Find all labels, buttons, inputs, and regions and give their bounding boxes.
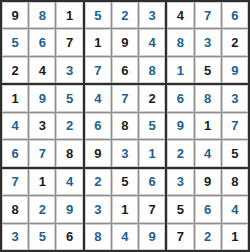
cell-r3c2[interactable]: 4 <box>29 57 55 83</box>
cell-r8c3[interactable]: 9 <box>56 196 82 222</box>
cell-r3c5[interactable]: 6 <box>112 57 138 83</box>
cell-r6c7[interactable]: 2 <box>167 140 193 166</box>
cell-r9c9[interactable]: 1 <box>222 224 248 250</box>
cell-r8c8[interactable]: 6 <box>195 196 221 222</box>
cell-r2c4[interactable]: 1 <box>85 29 111 55</box>
cell-r2c6[interactable]: 4 <box>139 29 165 55</box>
cell-r1c5[interactable]: 2 <box>112 2 138 28</box>
cell-r9c6[interactable]: 9 <box>139 224 165 250</box>
cell-r5c1[interactable]: 4 <box>2 113 28 139</box>
cell-r5c2[interactable]: 3 <box>29 113 55 139</box>
box-5: 472685931 <box>85 85 166 166</box>
box-3: 476832159 <box>167 2 248 83</box>
cell-r7c5[interactable]: 5 <box>112 169 138 195</box>
cell-r5c5[interactable]: 8 <box>112 113 138 139</box>
box-4: 195432678 <box>2 85 83 166</box>
box-8: 256317849 <box>85 169 166 250</box>
cell-r9c8[interactable]: 2 <box>195 224 221 250</box>
cell-r9c5[interactable]: 4 <box>112 224 138 250</box>
cell-r2c8[interactable]: 3 <box>195 29 221 55</box>
cell-r2c7[interactable]: 8 <box>167 29 193 55</box>
cell-r1c4[interactable]: 5 <box>85 2 111 28</box>
cell-r2c5[interactable]: 9 <box>112 29 138 55</box>
cell-r7c4[interactable]: 2 <box>85 169 111 195</box>
cell-r2c1[interactable]: 5 <box>2 29 28 55</box>
cell-r8c6[interactable]: 7 <box>139 196 165 222</box>
cell-r8c4[interactable]: 3 <box>85 196 111 222</box>
cell-r1c6[interactable]: 3 <box>139 2 165 28</box>
cell-r9c2[interactable]: 5 <box>29 224 55 250</box>
cell-r4c9[interactable]: 3 <box>222 85 248 111</box>
cell-r6c6[interactable]: 1 <box>139 140 165 166</box>
cell-r9c7[interactable]: 7 <box>167 224 193 250</box>
cell-r5c8[interactable]: 1 <box>195 113 221 139</box>
cell-r4c6[interactable]: 2 <box>139 85 165 111</box>
cell-r3c8[interactable]: 5 <box>195 57 221 83</box>
cell-r2c9[interactable]: 2 <box>222 29 248 55</box>
cell-r3c4[interactable]: 7 <box>85 57 111 83</box>
cell-r5c6[interactable]: 5 <box>139 113 165 139</box>
cell-r3c7[interactable]: 1 <box>167 57 193 83</box>
cell-r8c5[interactable]: 1 <box>112 196 138 222</box>
cell-r9c1[interactable]: 3 <box>2 224 28 250</box>
cell-r2c3[interactable]: 7 <box>56 29 82 55</box>
cell-r4c3[interactable]: 5 <box>56 85 82 111</box>
cell-r7c2[interactable]: 1 <box>29 169 55 195</box>
cell-r6c1[interactable]: 6 <box>2 140 28 166</box>
cell-r1c3[interactable]: 1 <box>56 2 82 28</box>
cell-r5c9[interactable]: 7 <box>222 113 248 139</box>
cell-r3c9[interactable]: 9 <box>222 57 248 83</box>
cell-r4c4[interactable]: 4 <box>85 85 111 111</box>
cell-r7c6[interactable]: 6 <box>139 169 165 195</box>
cell-r6c3[interactable]: 8 <box>56 140 82 166</box>
cell-r9c4[interactable]: 8 <box>85 224 111 250</box>
cell-r8c7[interactable]: 5 <box>167 196 193 222</box>
cell-r2c2[interactable]: 6 <box>29 29 55 55</box>
box-2: 523194768 <box>85 2 166 83</box>
cell-r9c3[interactable]: 6 <box>56 224 82 250</box>
cell-r1c2[interactable]: 8 <box>29 2 55 28</box>
box-9: 398564721 <box>167 169 248 250</box>
cell-r7c1[interactable]: 7 <box>2 169 28 195</box>
cell-r6c5[interactable]: 3 <box>112 140 138 166</box>
cell-r3c3[interactable]: 3 <box>56 57 82 83</box>
cell-r5c3[interactable]: 2 <box>56 113 82 139</box>
cell-r4c7[interactable]: 6 <box>167 85 193 111</box>
cell-r4c2[interactable]: 9 <box>29 85 55 111</box>
cell-r7c3[interactable]: 4 <box>56 169 82 195</box>
cell-r7c8[interactable]: 9 <box>195 169 221 195</box>
cell-r8c1[interactable]: 8 <box>2 196 28 222</box>
cell-r1c7[interactable]: 4 <box>167 2 193 28</box>
cell-r6c9[interactable]: 5 <box>222 140 248 166</box>
cell-r6c4[interactable]: 9 <box>85 140 111 166</box>
cell-r3c1[interactable]: 2 <box>2 57 28 83</box>
box-7: 714829356 <box>2 169 83 250</box>
box-1: 981567243 <box>2 2 83 83</box>
cell-r6c8[interactable]: 4 <box>195 140 221 166</box>
cell-r3c6[interactable]: 8 <box>139 57 165 83</box>
cell-r1c1[interactable]: 9 <box>2 2 28 28</box>
cell-r4c5[interactable]: 7 <box>112 85 138 111</box>
cell-r8c9[interactable]: 4 <box>222 196 248 222</box>
cell-r8c2[interactable]: 2 <box>29 196 55 222</box>
cell-r1c8[interactable]: 7 <box>195 2 221 28</box>
cell-r7c7[interactable]: 3 <box>167 169 193 195</box>
cell-r5c7[interactable]: 9 <box>167 113 193 139</box>
cell-r4c1[interactable]: 1 <box>2 85 28 111</box>
cell-r7c9[interactable]: 8 <box>222 169 248 195</box>
cell-r5c4[interactable]: 6 <box>85 113 111 139</box>
cell-r6c2[interactable]: 7 <box>29 140 55 166</box>
box-6: 683917245 <box>167 85 248 166</box>
cell-r4c8[interactable]: 8 <box>195 85 221 111</box>
sudoku-board: 9815672435231947684768321591954326784726… <box>0 0 250 252</box>
cell-r1c9[interactable]: 6 <box>222 2 248 28</box>
